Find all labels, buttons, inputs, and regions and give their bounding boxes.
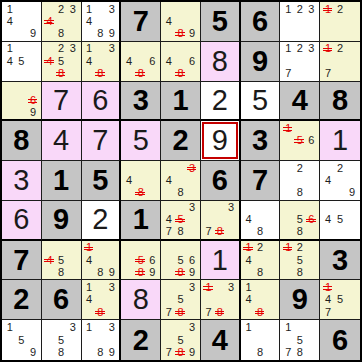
candidate-mark-9: 9 (186, 28, 198, 40)
empty-mark-slot (67, 55, 79, 67)
cell-r9c4[interactable]: 2 (121, 320, 161, 360)
empty-mark-slot (106, 334, 117, 347)
cell-r8c3[interactable]: 1348 (82, 280, 122, 320)
empty-mark-slot (84, 28, 95, 40)
cell-r2c1[interactable]: 145 (2, 42, 42, 82)
empty-mark-slot (306, 187, 318, 199)
empty-mark-slot (203, 214, 214, 226)
empty-mark-slot (44, 28, 56, 40)
given-digit: 2 (161, 121, 200, 160)
empty-mark-slot (294, 202, 306, 214)
empty-mark-slot (266, 294, 278, 306)
empty-mark-slot (67, 254, 79, 266)
candidate-mark-9: 9 (27, 106, 39, 118)
pencil-marks: 378 (201, 201, 239, 239)
cell-r8c2[interactable]: 6 (42, 280, 82, 320)
candidate-mark-5: 5 (294, 334, 306, 347)
empty-mark-slot (4, 67, 16, 79)
cell-r4c8[interactable]: 156 (280, 121, 320, 161)
empty-mark-slot (306, 254, 318, 266)
empty-mark-slot (123, 242, 135, 254)
empty-mark-slot (163, 3, 175, 15)
eliminated-mark-8: 8 (135, 187, 147, 199)
cell-r3c4[interactable]: 3 (121, 82, 161, 122)
pencil-marks: 1258 (280, 241, 319, 280)
empty-mark-slot (334, 174, 346, 186)
candidate-mark-6: 6 (147, 254, 159, 266)
empty-mark-slot (55, 242, 67, 254)
cell-r9c8[interactable]: 1578 (280, 320, 320, 360)
empty-mark-slot (306, 174, 318, 186)
empty-mark-slot (266, 266, 278, 278)
pencil-marks: 45 (320, 201, 360, 239)
candidate-mark-3: 3 (106, 3, 117, 15)
cell-r9c9[interactable]: 6 (320, 320, 360, 360)
cell-r6c4[interactable]: 1 (121, 201, 161, 241)
candidate-mark-8: 8 (95, 266, 106, 278)
empty-mark-slot (147, 242, 159, 254)
cell-r5c8[interactable]: 28 (280, 161, 320, 201)
empty-mark-slot (334, 15, 346, 27)
pencil-marks: 48 (241, 201, 280, 239)
eliminated-mark-8: 8 (175, 28, 187, 40)
empty-mark-slot (294, 174, 306, 186)
cell-r6c2[interactable]: 9 (42, 201, 82, 241)
empty-mark-slot (163, 187, 175, 199)
given-digit: 3 (241, 121, 280, 160)
empty-mark-slot (16, 28, 28, 40)
given-digit: 3 (320, 241, 360, 280)
cell-r8c7[interactable]: 148 (241, 280, 281, 320)
empty-mark-slot (106, 242, 117, 254)
empty-mark-slot (175, 321, 187, 334)
empty-mark-slot (282, 55, 294, 67)
cell-r4c1[interactable]: 8 (2, 121, 42, 161)
empty-mark-slot (27, 55, 39, 67)
empty-mark-slot (175, 55, 187, 67)
candidate-mark-8: 8 (294, 266, 306, 278)
pencil-marks: 13489 (82, 2, 120, 41)
empty-mark-slot (243, 226, 255, 238)
empty-mark-slot (106, 306, 117, 318)
empty-mark-slot (175, 242, 187, 254)
empty-mark-slot (44, 321, 56, 334)
empty-mark-slot (67, 28, 79, 40)
candidate-mark-9: 9 (27, 346, 39, 359)
given-digit: 1 (121, 201, 160, 239)
cell-r3c6[interactable]: 2 (201, 82, 241, 122)
empty-mark-slot (4, 334, 16, 347)
cell-r2c9[interactable]: 127 (320, 42, 360, 82)
cell-r3c2[interactable]: 7 (42, 82, 82, 122)
solved-digit: 5 (241, 82, 280, 120)
cell-r7c8[interactable]: 1258 (280, 241, 320, 281)
empty-mark-slot (84, 67, 95, 79)
cell-r6c7[interactable]: 48 (241, 201, 281, 241)
cell-r9c2[interactable]: 358 (42, 320, 82, 360)
empty-mark-slot (346, 226, 358, 238)
candidate-mark-8: 8 (294, 226, 306, 238)
empty-mark-slot (27, 334, 39, 347)
solved-digit: 1 (320, 121, 360, 160)
candidate-mark-4: 4 (243, 294, 255, 306)
candidate-mark-4: 4 (243, 214, 255, 226)
empty-mark-slot (163, 162, 175, 174)
empty-mark-slot (135, 43, 147, 55)
candidate-mark-4: 4 (163, 15, 175, 27)
candidate-mark-3: 3 (67, 3, 79, 15)
cell-r4c7[interactable]: 3 (241, 121, 281, 161)
candidate-mark-5: 5 (294, 214, 306, 226)
empty-mark-slot (123, 187, 135, 199)
eliminated-mark-1: 1 (84, 242, 95, 254)
empty-mark-slot (175, 174, 187, 186)
candidate-mark-9: 9 (106, 266, 117, 278)
cell-r3c9[interactable]: 8 (320, 82, 360, 122)
empty-mark-slot (44, 67, 56, 79)
pencil-marks: 1489 (82, 241, 120, 280)
cell-r5c9[interactable]: 249 (320, 161, 360, 201)
empty-mark-slot (106, 67, 117, 79)
empty-mark-slot (16, 321, 28, 334)
empty-mark-slot (266, 202, 278, 214)
candidate-mark-7: 7 (282, 67, 294, 79)
cell-r9c1[interactable]: 159 (2, 320, 42, 360)
cell-r2c6[interactable]: 8 (201, 42, 241, 82)
candidate-mark-4: 4 (243, 254, 255, 266)
empty-mark-slot (186, 242, 198, 254)
candidate-mark-2: 2 (55, 3, 67, 15)
cell-r5c7[interactable]: 7 (241, 161, 281, 201)
candidate-mark-4: 4 (322, 214, 334, 226)
given-digit: 9 (42, 201, 81, 239)
empty-mark-slot (282, 187, 294, 199)
candidate-mark-6: 6 (306, 135, 318, 147)
eliminated-mark-4: 4 (44, 254, 56, 266)
empty-mark-slot (306, 162, 318, 174)
cell-r1c5[interactable]: 489 (161, 2, 201, 42)
eliminated-mark-8: 8 (95, 67, 106, 79)
cell-r8c8[interactable]: 9 (280, 280, 320, 320)
empty-mark-slot (67, 67, 79, 79)
pencil-marks: 2348 (42, 2, 81, 41)
pencil-marks: 568 (280, 201, 319, 239)
empty-mark-slot (294, 321, 306, 334)
empty-mark-slot (334, 187, 346, 199)
cell-r1c7[interactable]: 6 (241, 2, 281, 42)
candidate-mark-4: 4 (84, 55, 95, 67)
empty-mark-slot (186, 226, 198, 238)
cell-r3c3[interactable]: 6 (82, 82, 122, 122)
cell-r9c3[interactable]: 1389 (82, 320, 122, 360)
empty-mark-slot (294, 147, 306, 159)
cell-r1c4[interactable]: 7 (121, 2, 161, 42)
cell-r1c3[interactable]: 13489 (82, 2, 122, 42)
candidate-mark-5: 5 (175, 294, 187, 306)
cell-r6c8[interactable]: 568 (280, 201, 320, 241)
empty-mark-slot (243, 346, 255, 359)
cell-r6c3[interactable]: 2 (82, 201, 122, 241)
empty-mark-slot (95, 3, 106, 15)
cell-r6c1[interactable]: 6 (2, 201, 42, 241)
cell-r4c3[interactable]: 7 (82, 121, 122, 161)
cell-r5c1[interactable]: 3 (2, 161, 42, 201)
cell-r3c8[interactable]: 4 (280, 82, 320, 122)
candidate-mark-5: 5 (55, 254, 67, 266)
cell-r7c6[interactable]: 1 (201, 241, 241, 281)
cell-r3c7[interactable]: 5 (241, 82, 281, 122)
cell-r2c5[interactable]: 468 (161, 42, 201, 82)
empty-mark-slot (225, 214, 236, 226)
cell-r1c2[interactable]: 2348 (42, 2, 82, 42)
empty-mark-slot (55, 321, 67, 334)
empty-mark-slot (95, 55, 106, 67)
empty-mark-slot (266, 242, 278, 254)
candidate-mark-1: 1 (282, 43, 294, 55)
empty-mark-slot (254, 281, 266, 293)
candidate-mark-3: 3 (225, 202, 236, 214)
candidate-mark-1: 1 (282, 321, 294, 334)
eliminated-mark-5: 5 (135, 254, 147, 266)
cell-r7c9[interactable]: 3 (320, 241, 360, 281)
pencil-marks: 1389 (82, 320, 120, 360)
empty-mark-slot (163, 321, 175, 334)
cell-r2c2[interactable]: 23458 (42, 42, 82, 82)
empty-mark-slot (306, 67, 318, 79)
cell-r8c5[interactable]: 3578 (161, 280, 201, 320)
solved-digit: 2 (201, 82, 239, 120)
candidate-mark-5: 5 (55, 334, 67, 347)
candidate-mark-4: 4 (123, 55, 135, 67)
candidate-mark-1: 1 (243, 321, 255, 334)
pencil-marks: 28 (280, 161, 319, 200)
eliminated-mark-8: 8 (214, 306, 225, 318)
given-digit: 9 (241, 42, 280, 81)
empty-mark-slot (294, 67, 306, 79)
eliminated-mark-1: 1 (203, 281, 214, 293)
candidate-mark-4: 4 (84, 15, 95, 27)
cell-r7c4[interactable]: 5689 (121, 241, 161, 281)
cell-r8c9[interactable]: 1457 (320, 280, 360, 320)
empty-mark-slot (266, 254, 278, 266)
empty-mark-slot (16, 15, 28, 27)
candidate-mark-3: 3 (186, 321, 198, 334)
empty-mark-slot (225, 226, 236, 238)
empty-mark-slot (16, 346, 28, 359)
eliminated-mark-6: 6 (27, 94, 39, 106)
pencil-marks: 1237 (280, 42, 319, 81)
candidate-mark-8: 8 (294, 346, 306, 359)
candidate-mark-7: 7 (203, 306, 214, 318)
empty-mark-slot (282, 28, 294, 40)
given-digit: 2 (121, 320, 160, 360)
cell-r6c5[interactable]: 34578 (161, 201, 201, 241)
cell-r3c5[interactable]: 1 (161, 82, 201, 122)
candidate-mark-1: 1 (4, 3, 16, 15)
empty-mark-slot (123, 254, 135, 266)
empty-mark-slot (95, 242, 106, 254)
eliminated-mark-5: 5 (175, 214, 187, 226)
empty-mark-slot (163, 266, 175, 278)
candidate-mark-2: 2 (334, 3, 346, 15)
cell-r2c4[interactable]: 468 (121, 42, 161, 82)
sudoku-board: 1492348134897489561231214523458134846846… (0, 0, 362, 362)
cell-r7c7[interactable]: 1248 (241, 241, 281, 281)
empty-mark-slot (306, 147, 318, 159)
empty-mark-slot (214, 214, 225, 226)
cell-r7c2[interactable]: 458 (42, 241, 82, 281)
empty-mark-slot (84, 346, 95, 359)
empty-mark-slot (4, 94, 16, 106)
cell-r4c5[interactable]: 2 (161, 121, 201, 161)
candidate-mark-9: 9 (106, 28, 117, 40)
empty-mark-slot (163, 67, 175, 79)
cell-r7c3[interactable]: 1489 (82, 241, 122, 281)
solved-digit: 8 (121, 280, 160, 319)
candidate-mark-7: 7 (322, 306, 334, 318)
empty-mark-slot (44, 266, 56, 278)
candidate-mark-8: 8 (55, 28, 67, 40)
cell-r5c2[interactable]: 1 (42, 161, 82, 201)
empty-mark-slot (175, 3, 187, 15)
pencil-marks: 12 (320, 2, 360, 41)
cell-r2c8[interactable]: 1237 (280, 42, 320, 82)
pencil-marks: 489 (161, 2, 200, 41)
given-digit: 9 (280, 280, 319, 319)
cell-r8c1[interactable]: 2 (2, 280, 42, 320)
cell-r3c1[interactable]: 69 (2, 82, 42, 122)
empty-mark-slot (334, 55, 346, 67)
cell-r4c6-selected[interactable]: 9 (201, 121, 241, 161)
given-digit: 7 (241, 161, 280, 200)
cell-r6c6[interactable]: 378 (201, 201, 241, 241)
empty-mark-slot (225, 294, 236, 306)
candidate-mark-2: 2 (334, 162, 346, 174)
empty-mark-slot (163, 43, 175, 55)
empty-mark-slot (266, 321, 278, 334)
pencil-marks: 348 (161, 161, 200, 200)
given-digit: 8 (2, 121, 41, 160)
eliminated-mark-8: 8 (135, 266, 147, 278)
empty-mark-slot (294, 28, 306, 40)
cell-r5c4[interactable]: 48 (121, 161, 161, 201)
empty-mark-slot (175, 281, 187, 293)
given-digit: 1 (161, 82, 200, 120)
empty-mark-slot (123, 162, 135, 174)
candidate-mark-7: 7 (322, 67, 334, 79)
cell-r1c9[interactable]: 12 (320, 2, 360, 42)
eliminated-mark-8: 8 (175, 346, 187, 359)
empty-mark-slot (243, 202, 255, 214)
empty-mark-slot (243, 306, 255, 318)
empty-mark-slot (147, 162, 159, 174)
empty-mark-slot (95, 321, 106, 334)
empty-mark-slot (306, 321, 318, 334)
given-digit: 6 (241, 2, 280, 41)
empty-mark-slot (95, 294, 106, 306)
eliminated-mark-8: 8 (135, 67, 147, 79)
candidate-mark-1: 1 (282, 3, 294, 15)
cell-r2c3[interactable]: 1348 (82, 42, 122, 82)
cell-r6c9[interactable]: 45 (320, 201, 360, 241)
candidate-mark-9: 9 (346, 187, 358, 199)
cell-r9c7[interactable]: 18 (241, 320, 281, 360)
cell-r5c3[interactable]: 5 (82, 161, 122, 201)
given-digit: 4 (280, 82, 319, 120)
candidate-mark-6: 6 (186, 55, 198, 67)
cell-r4c4[interactable]: 5 (121, 121, 161, 161)
pencil-marks: 23458 (42, 42, 81, 81)
candidate-mark-8: 8 (254, 266, 266, 278)
cell-r5c5[interactable]: 348 (161, 161, 201, 201)
pencil-marks: 458 (42, 241, 81, 280)
candidate-mark-3: 3 (306, 43, 318, 55)
candidate-mark-2: 2 (55, 43, 67, 55)
cell-r5c6[interactable]: 6 (201, 161, 241, 201)
cell-r8c4[interactable]: 8 (121, 280, 161, 320)
empty-mark-slot (147, 187, 159, 199)
empty-mark-slot (106, 254, 117, 266)
cell-r8c6[interactable]: 1378 (201, 280, 241, 320)
empty-mark-slot (95, 334, 106, 347)
cell-r2c7[interactable]: 9 (241, 42, 281, 82)
cell-r4c2[interactable]: 4 (42, 121, 82, 161)
empty-mark-slot (27, 321, 39, 334)
cell-r4c9[interactable]: 1 (320, 121, 360, 161)
empty-mark-slot (16, 43, 28, 55)
candidate-mark-8: 8 (254, 226, 266, 238)
eliminated-mark-1: 1 (243, 242, 255, 254)
empty-mark-slot (282, 162, 294, 174)
candidate-mark-1: 1 (4, 321, 16, 334)
cell-r7c1[interactable]: 7 (2, 241, 42, 281)
pencil-marks: 5689 (121, 241, 160, 280)
candidate-mark-9: 9 (186, 346, 198, 359)
empty-mark-slot (254, 334, 266, 347)
cell-r9c6[interactable]: 4 (201, 320, 241, 360)
pencil-marks: 48 (121, 161, 160, 200)
cell-r7c5[interactable]: 5689 (161, 241, 201, 281)
cell-r1c1[interactable]: 149 (2, 2, 42, 42)
eliminated-mark-8: 8 (175, 67, 187, 79)
candidate-mark-5: 5 (175, 254, 187, 266)
candidate-mark-4: 4 (163, 214, 175, 226)
cell-r1c8[interactable]: 123 (280, 2, 320, 42)
eliminated-mark-8: 8 (254, 306, 266, 318)
candidate-mark-9: 9 (106, 346, 117, 359)
pencil-marks: 5689 (161, 241, 200, 280)
empty-mark-slot (163, 334, 175, 347)
empty-mark-slot (16, 106, 28, 118)
empty-mark-slot (282, 266, 294, 278)
candidate-mark-1: 1 (84, 281, 95, 293)
pencil-marks: 1248 (241, 241, 280, 280)
pencil-marks: 1348 (82, 280, 120, 319)
empty-mark-slot (67, 334, 79, 347)
empty-mark-slot (214, 202, 225, 214)
empty-mark-slot (186, 3, 198, 15)
empty-mark-slot (282, 226, 294, 238)
cell-r9c5[interactable]: 35789 (161, 320, 201, 360)
candidate-mark-1: 1 (84, 43, 95, 55)
pencil-marks: 18 (241, 320, 280, 360)
candidate-mark-1: 1 (84, 3, 95, 15)
empty-mark-slot (135, 55, 147, 67)
cell-r1c6[interactable]: 5 (201, 2, 241, 42)
solved-digit: 3 (2, 161, 41, 200)
empty-mark-slot (186, 306, 198, 318)
empty-mark-slot (346, 294, 358, 306)
